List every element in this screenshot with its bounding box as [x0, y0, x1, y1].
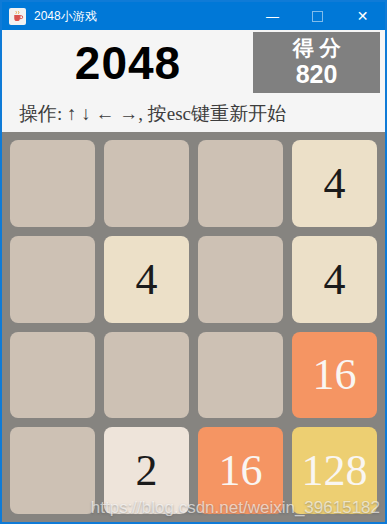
window-controls: — ✕	[250, 2, 385, 30]
game-board[interactable]: 44416216128https://blog.csdn.net/weixin_…	[2, 132, 385, 522]
maximize-icon	[312, 11, 323, 22]
empty-cell	[198, 140, 283, 227]
tile-2: 2	[104, 427, 189, 514]
empty-cell	[10, 140, 95, 227]
close-button[interactable]: ✕	[340, 2, 385, 30]
title-bar[interactable]: 2048小游戏 — ✕	[2, 2, 385, 30]
empty-cell	[10, 427, 95, 514]
maximize-button[interactable]	[295, 2, 340, 30]
tile-16: 16	[292, 332, 377, 419]
close-icon: ✕	[357, 8, 369, 24]
score-value: 820	[296, 60, 338, 89]
empty-cell	[198, 236, 283, 323]
tile-16: 16	[198, 427, 283, 514]
empty-cell	[104, 332, 189, 419]
window-title: 2048小游戏	[34, 8, 97, 25]
tile-4: 4	[104, 236, 189, 323]
game-header: 2048 得 分 820	[2, 30, 385, 95]
minimize-button[interactable]: —	[250, 2, 295, 30]
minimize-icon: —	[266, 9, 279, 24]
instructions-text: 操作: ↑ ↓ ← →, 按esc键重新开始	[2, 95, 385, 132]
empty-cell	[104, 140, 189, 227]
score-label: 得 分	[293, 36, 341, 60]
game-logo: 2048	[2, 30, 254, 95]
java-app-icon	[9, 8, 26, 25]
empty-cell	[198, 332, 283, 419]
tile-128: 128	[292, 427, 377, 514]
empty-cell	[10, 332, 95, 419]
app-window: 2048小游戏 — ✕ 2048 得 分 820 操作: ↑ ↓ ← →, 按e…	[0, 0, 387, 524]
empty-cell	[10, 236, 95, 323]
score-panel: 得 分 820	[253, 32, 380, 93]
tile-4: 4	[292, 236, 377, 323]
tile-4: 4	[292, 140, 377, 227]
